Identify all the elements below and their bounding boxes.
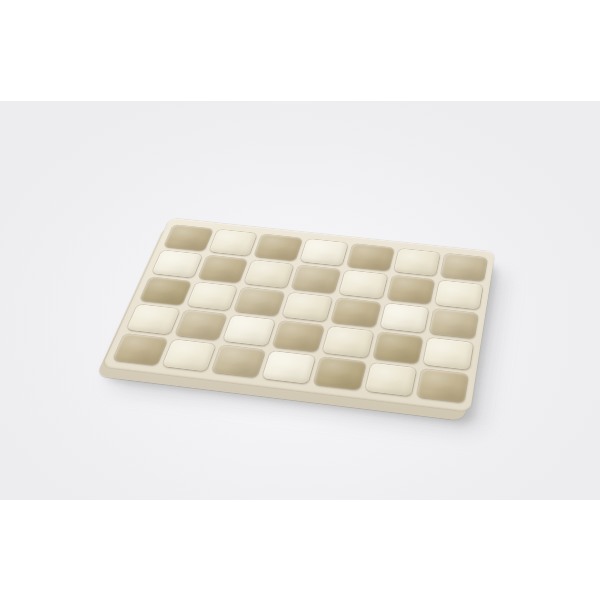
board-tile-r4c4 bbox=[272, 321, 324, 352]
board-tile-r1c1 bbox=[164, 225, 213, 251]
board-tile-r4c3 bbox=[223, 315, 275, 346]
board-tile-r3c5 bbox=[331, 298, 381, 328]
board-tile-r2c5 bbox=[339, 270, 388, 299]
board-tile-r5c7 bbox=[417, 369, 469, 403]
board-tile-r3c6 bbox=[380, 303, 429, 333]
board-tile-r3c7 bbox=[429, 308, 478, 339]
board-tile-r4c7 bbox=[423, 338, 473, 370]
board-tile-r2c2 bbox=[198, 255, 248, 283]
board-tile-r2c6 bbox=[387, 275, 435, 304]
board-tile-r4c5 bbox=[322, 326, 373, 358]
board-tile-r2c3 bbox=[244, 260, 294, 288]
board-tile-r1c4 bbox=[300, 239, 348, 266]
board-tile-r1c3 bbox=[254, 234, 302, 261]
board-tile-r5c3 bbox=[212, 345, 266, 377]
board-tile-r4c2 bbox=[174, 310, 227, 341]
board-tile-r3c3 bbox=[234, 287, 285, 316]
board-tile-r1c2 bbox=[209, 229, 258, 255]
board-tile-r4c6 bbox=[372, 332, 423, 364]
board-tile-r3c1 bbox=[139, 277, 191, 306]
board-tile-r3c2 bbox=[186, 282, 237, 311]
board-tile-r4c1 bbox=[126, 304, 179, 334]
board-tile-r5c4 bbox=[262, 351, 315, 384]
board-tile-r5c1 bbox=[113, 334, 168, 366]
board-tile-r1c5 bbox=[346, 244, 393, 271]
board-tile-r1c6 bbox=[393, 248, 440, 276]
board-tile-r2c4 bbox=[291, 265, 340, 293]
board-tile-r3c4 bbox=[282, 292, 332, 322]
board-tile-r5c5 bbox=[313, 357, 366, 390]
board-tile-r5c6 bbox=[365, 363, 417, 397]
board-tile-r2c1 bbox=[152, 250, 203, 277]
board-tile-r2c7 bbox=[435, 280, 483, 309]
board-tile-r5c2 bbox=[162, 339, 216, 371]
board-tile-r1c7 bbox=[441, 253, 487, 281]
scene bbox=[0, 0, 600, 600]
